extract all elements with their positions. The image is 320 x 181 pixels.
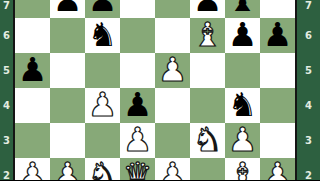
square-h2: ♟ [260,158,295,180]
right-rank-label-3: 3 [297,135,320,147]
square-h6: ♟ [260,18,295,53]
black-pawn-b7: ♟ [53,0,83,17]
square-a6 [15,18,50,53]
black-pawn-a5: ♟ [18,52,48,87]
square-d2: ♛ [120,158,155,180]
square-c2: ♞ [85,158,120,180]
right-rank-label-2: 2 [297,170,320,181]
square-g4: ♞ [225,88,260,123]
white-knight-c2: ♞ [88,157,118,180]
left-rank-label-4: 4 [0,100,13,112]
square-f6: ♝ [190,18,225,53]
white-pawn-c4: ♟ [88,87,118,122]
square-f5 [190,53,225,88]
square-a2: ♟ [15,158,50,180]
square-e5: ♟ [155,53,190,88]
chess-board-thumbnail: ♟♟♟♝♞♝♟♟♟♟♟♟♞♟♞♟♟♟♞♛♟♝♟ 765432 765432 [0,0,320,180]
square-b3 [50,123,85,158]
square-h3 [260,123,295,158]
white-bishop-f6: ♝ [193,17,223,52]
square-a4 [15,88,50,123]
right-rank-label-7: 7 [297,0,320,12]
rank-labels-left: 765432 [0,0,15,180]
square-h5 [260,53,295,88]
square-b6 [50,18,85,53]
white-knight-f3: ♞ [193,122,223,157]
left-rank-label-7: 7 [0,0,13,12]
square-e3 [155,123,190,158]
square-e2: ♟ [155,158,190,180]
square-d3: ♟ [120,123,155,158]
white-pawn-d3: ♟ [123,122,153,157]
square-c5 [85,53,120,88]
white-bishop-g2: ♝ [228,157,258,180]
white-queen-d2: ♛ [123,157,153,180]
square-h4 [260,88,295,123]
square-e4 [155,88,190,123]
square-c6: ♞ [85,18,120,53]
square-b7: ♟ [50,0,85,18]
square-b5 [50,53,85,88]
square-b2: ♟ [50,158,85,180]
white-pawn-h2: ♟ [263,157,293,180]
square-d7 [120,0,155,18]
left-rank-label-6: 6 [0,30,13,42]
left-rank-label-2: 2 [0,170,13,181]
square-e6 [155,18,190,53]
chess-board: ♟♟♟♝♞♝♟♟♟♟♟♟♞♟♞♟♟♟♞♛♟♝♟ [15,0,295,180]
square-e7 [155,0,190,18]
square-f4 [190,88,225,123]
square-d4: ♟ [120,88,155,123]
square-g5 [225,53,260,88]
black-pawn-d4: ♟ [123,87,153,122]
square-g3: ♟ [225,123,260,158]
square-d6 [120,18,155,53]
black-knight-g4: ♞ [228,87,258,122]
square-f3: ♞ [190,123,225,158]
square-a3 [15,123,50,158]
right-rank-label-5: 5 [297,65,320,77]
black-knight-c6: ♞ [88,17,118,52]
square-b4 [50,88,85,123]
white-pawn-e5: ♟ [158,52,188,87]
square-a7 [15,0,50,18]
white-pawn-e2: ♟ [158,157,188,180]
square-g2: ♝ [225,158,260,180]
right-rank-label-6: 6 [297,30,320,42]
white-pawn-g3: ♟ [228,122,258,157]
black-pawn-h6: ♟ [263,17,293,52]
square-c4: ♟ [85,88,120,123]
square-c3 [85,123,120,158]
white-pawn-a2: ♟ [18,157,48,180]
left-rank-label-5: 5 [0,65,13,77]
rank-labels-right: 765432 [295,0,320,180]
right-rank-label-4: 4 [297,100,320,112]
square-g6: ♟ [225,18,260,53]
black-pawn-g6: ♟ [228,17,258,52]
square-a5: ♟ [15,53,50,88]
square-f2 [190,158,225,180]
left-rank-label-3: 3 [0,135,13,147]
square-d5 [120,53,155,88]
white-pawn-b2: ♟ [53,157,83,180]
